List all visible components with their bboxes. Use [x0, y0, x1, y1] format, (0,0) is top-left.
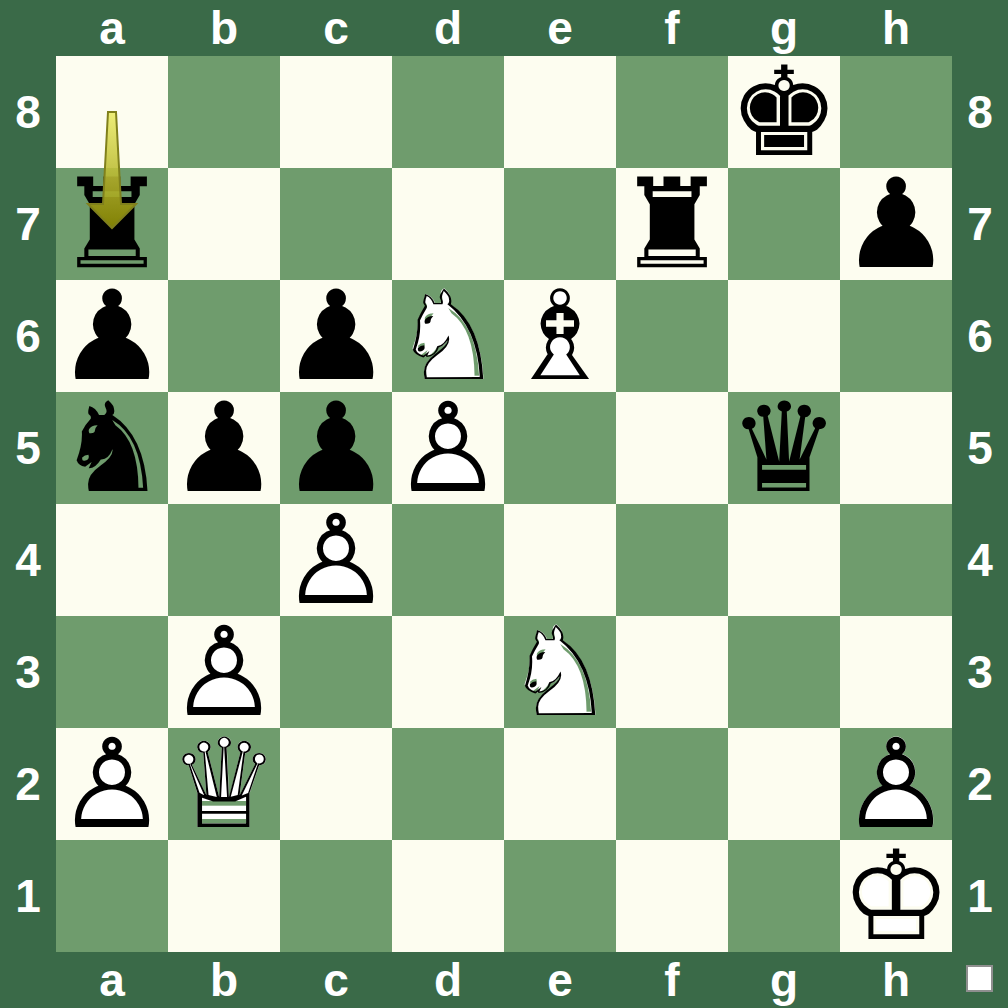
- square-g1[interactable]: [728, 840, 840, 952]
- black-piece-glyph: ♚: [728, 56, 840, 168]
- square-b7[interactable]: [168, 168, 280, 280]
- square-b8[interactable]: [168, 56, 280, 168]
- file-label-bottom-f: f: [616, 952, 728, 1008]
- chess-board-frame: aabbccddeeffgghh8877665544332211 ♚♜♜♟♟♟♞…: [0, 0, 1008, 1008]
- white-piece-outline: ♙: [280, 504, 392, 616]
- file-label-bottom-a: a: [56, 952, 168, 1008]
- square-a1[interactable]: [56, 840, 168, 952]
- black-piece-glyph: ♛: [728, 392, 840, 504]
- black-knight-a5[interactable]: ♞: [56, 392, 168, 504]
- file-label-bottom-b: b: [168, 952, 280, 1008]
- rank-label-right-1: 1: [952, 840, 1008, 952]
- square-b1[interactable]: [168, 840, 280, 952]
- square-c3[interactable]: [280, 616, 392, 728]
- white-piece-outline: ♙: [392, 392, 504, 504]
- rank-label-right-7: 7: [952, 168, 1008, 280]
- square-e1[interactable]: [504, 840, 616, 952]
- black-rook-f7[interactable]: ♜: [616, 168, 728, 280]
- square-d3[interactable]: [392, 616, 504, 728]
- file-label-top-d: d: [392, 0, 504, 56]
- square-e2[interactable]: [504, 728, 616, 840]
- white-piece-outline: ♕: [168, 728, 280, 840]
- black-pawn-b5[interactable]: ♟: [168, 392, 280, 504]
- white-to-move-indicator: [966, 965, 993, 992]
- rank-label-left-7: 7: [0, 168, 56, 280]
- file-label-top-a: a: [56, 0, 168, 56]
- square-h6[interactable]: [840, 280, 952, 392]
- white-bishop-e6[interactable]: ♝♗: [504, 280, 616, 392]
- rank-label-right-8: 8: [952, 56, 1008, 168]
- black-piece-glyph: ♟: [840, 168, 952, 280]
- black-pawn-h7[interactable]: ♟: [840, 168, 952, 280]
- square-f1[interactable]: [616, 840, 728, 952]
- black-king-g8[interactable]: ♚: [728, 56, 840, 168]
- rank-label-right-2: 2: [952, 728, 1008, 840]
- rank-label-left-4: 4: [0, 504, 56, 616]
- square-f5[interactable]: [616, 392, 728, 504]
- square-a4[interactable]: [56, 504, 168, 616]
- file-label-top-h: h: [840, 0, 952, 56]
- rank-label-left-1: 1: [0, 840, 56, 952]
- square-g3[interactable]: [728, 616, 840, 728]
- square-d4[interactable]: [392, 504, 504, 616]
- square-e5[interactable]: [504, 392, 616, 504]
- rank-label-right-4: 4: [952, 504, 1008, 616]
- square-f3[interactable]: [616, 616, 728, 728]
- rank-label-left-8: 8: [0, 56, 56, 168]
- rank-label-left-3: 3: [0, 616, 56, 728]
- file-label-top-c: c: [280, 0, 392, 56]
- rank-label-right-5: 5: [952, 392, 1008, 504]
- square-h5[interactable]: [840, 392, 952, 504]
- white-pawn-a2[interactable]: ♟♙: [56, 728, 168, 840]
- black-piece-glyph: ♜: [616, 168, 728, 280]
- square-f6[interactable]: [616, 280, 728, 392]
- rank-label-left-5: 5: [0, 392, 56, 504]
- square-f4[interactable]: [616, 504, 728, 616]
- white-pawn-c4[interactable]: ♟♙: [280, 504, 392, 616]
- square-c2[interactable]: [280, 728, 392, 840]
- file-label-top-e: e: [504, 0, 616, 56]
- square-g4[interactable]: [728, 504, 840, 616]
- square-f2[interactable]: [616, 728, 728, 840]
- black-queen-g5[interactable]: ♛: [728, 392, 840, 504]
- square-d2[interactable]: [392, 728, 504, 840]
- square-c1[interactable]: [280, 840, 392, 952]
- white-king-h1[interactable]: ♚♔: [840, 840, 952, 952]
- white-queen-b2[interactable]: ♛♕: [168, 728, 280, 840]
- file-label-bottom-e: e: [504, 952, 616, 1008]
- rank-label-right-3: 3: [952, 616, 1008, 728]
- white-knight-e3[interactable]: ♞♘: [504, 616, 616, 728]
- white-piece-outline: ♘: [504, 616, 616, 728]
- file-label-top-f: f: [616, 0, 728, 56]
- rank-label-left-2: 2: [0, 728, 56, 840]
- file-label-top-b: b: [168, 0, 280, 56]
- square-g7[interactable]: [728, 168, 840, 280]
- square-h4[interactable]: [840, 504, 952, 616]
- black-piece-glyph: ♞: [56, 392, 168, 504]
- rank-label-right-6: 6: [952, 280, 1008, 392]
- rank-label-left-6: 6: [0, 280, 56, 392]
- white-pawn-d5[interactable]: ♟♙: [392, 392, 504, 504]
- square-d1[interactable]: [392, 840, 504, 952]
- file-label-bottom-g: g: [728, 952, 840, 1008]
- square-c8[interactable]: [280, 56, 392, 168]
- black-piece-glyph: ♟: [168, 392, 280, 504]
- square-e8[interactable]: [504, 56, 616, 168]
- file-label-bottom-c: c: [280, 952, 392, 1008]
- square-g2[interactable]: [728, 728, 840, 840]
- white-piece-outline: ♔: [840, 840, 952, 952]
- white-piece-outline: ♗: [504, 280, 616, 392]
- white-piece-outline: ♙: [56, 728, 168, 840]
- file-label-bottom-d: d: [392, 952, 504, 1008]
- square-d8[interactable]: [392, 56, 504, 168]
